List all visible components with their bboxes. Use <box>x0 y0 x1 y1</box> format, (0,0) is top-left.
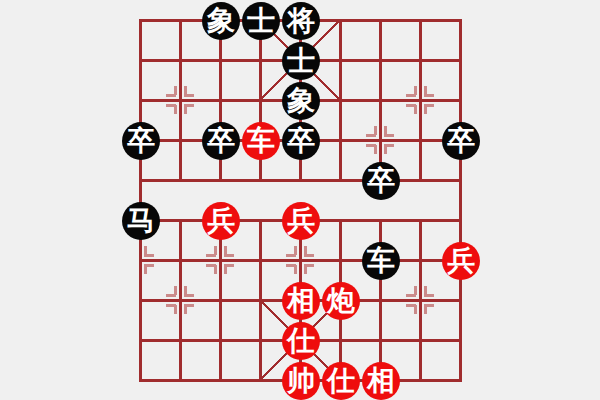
black-pawn[interactable]: 卒 <box>122 122 160 160</box>
red-pawn[interactable]: 兵 <box>282 202 320 240</box>
black-chariot[interactable]: 车 <box>362 242 400 280</box>
red-elephant[interactable]: 相 <box>362 362 400 400</box>
xiangqi-app-window: 象士将士象卒卒车卒卒卒马兵兵车兵相炮仕帅仕相 <box>0 0 600 400</box>
red-cannon[interactable]: 炮 <box>322 282 360 320</box>
black-advisor[interactable]: 士 <box>282 42 320 80</box>
red-general[interactable]: 帅 <box>282 362 320 400</box>
xiangqi-piece-layer[interactable]: 象士将士象卒卒车卒卒卒马兵兵车兵相炮仕帅仕相 <box>121 1 481 400</box>
red-chariot[interactable]: 车 <box>242 122 280 160</box>
black-pawn[interactable]: 卒 <box>442 122 480 160</box>
red-elephant[interactable]: 相 <box>282 282 320 320</box>
black-advisor[interactable]: 士 <box>242 2 280 40</box>
black-elephant[interactable]: 象 <box>282 82 320 120</box>
black-pawn[interactable]: 卒 <box>202 122 240 160</box>
black-horse[interactable]: 马 <box>122 202 160 240</box>
black-pawn[interactable]: 卒 <box>362 162 400 200</box>
black-general[interactable]: 将 <box>282 2 320 40</box>
black-pawn[interactable]: 卒 <box>282 122 320 160</box>
black-elephant[interactable]: 象 <box>202 2 240 40</box>
red-pawn[interactable]: 兵 <box>442 242 480 280</box>
red-pawn[interactable]: 兵 <box>202 202 240 240</box>
red-advisor[interactable]: 仕 <box>322 362 360 400</box>
red-advisor[interactable]: 仕 <box>282 322 320 360</box>
